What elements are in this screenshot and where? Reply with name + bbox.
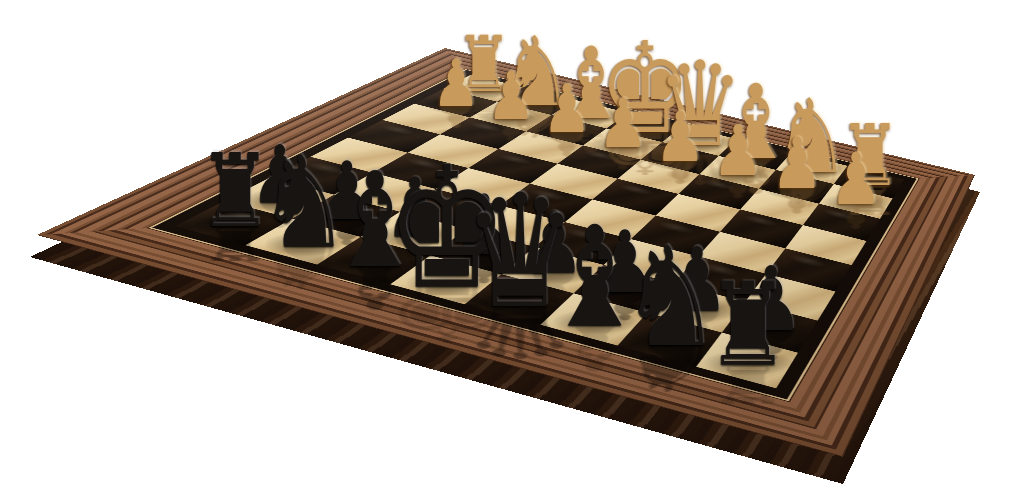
chess-set-photo: ♜♜♞♞♝♝♚♚♛♛♝♝♞♞♜♜♟♟♟♟♟♟♟♟♟♟♟♟♟♟♟♟♟♟♟♟♟♟♟♟… bbox=[0, 0, 1010, 492]
chess-board bbox=[37, 48, 975, 457]
